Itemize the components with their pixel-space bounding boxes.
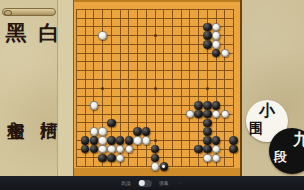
- grid-cell: [182, 123, 191, 132]
- grid-cell: [156, 54, 165, 63]
- grid-cell: [129, 106, 138, 115]
- grid-cell: [94, 71, 103, 80]
- grid-cell: [129, 10, 138, 19]
- stone-black: [203, 110, 211, 118]
- grid-cell: [156, 106, 165, 115]
- grid-cell: [147, 97, 156, 106]
- grid-cell: [164, 97, 173, 106]
- grid-cell: [77, 62, 86, 71]
- grid-cell: [77, 54, 86, 63]
- grid-cell: [173, 36, 182, 45]
- grid-cell: [225, 80, 234, 89]
- grid-cell: [225, 158, 234, 167]
- grid-cell: [121, 54, 130, 63]
- stone-black: [81, 136, 89, 144]
- grid-cell: [217, 71, 226, 80]
- grid-cell: [190, 89, 199, 98]
- grid-cell: [86, 115, 95, 124]
- grid-cell: [199, 10, 208, 19]
- grid-cell: [199, 54, 208, 63]
- grid-cell: [121, 115, 130, 124]
- grid-cell: [173, 10, 182, 19]
- grid-cell: [129, 158, 138, 167]
- grid-cell: [138, 27, 147, 36]
- logo-char-xiao: 小: [246, 103, 288, 119]
- stone-black: [194, 145, 202, 153]
- grid-cell: [94, 19, 103, 28]
- logo-char-duan: 段: [274, 150, 287, 163]
- grid-cell: [112, 89, 121, 98]
- grid-cell: [173, 45, 182, 54]
- grid-cell: [164, 80, 173, 89]
- grid-cell: [164, 27, 173, 36]
- grid-cell: [173, 132, 182, 141]
- grid-cell: [94, 62, 103, 71]
- grid-cell: [173, 150, 182, 159]
- grid-cell: [112, 54, 121, 63]
- logo-char-jiu: 九: [293, 132, 304, 148]
- grid-cell: [103, 19, 112, 28]
- grid-cell: [103, 89, 112, 98]
- grid-cell: [156, 123, 165, 132]
- grid-cell: [173, 97, 182, 106]
- grid-cell: [138, 36, 147, 45]
- stone-black: [203, 40, 211, 48]
- grid-cell: [156, 115, 165, 124]
- grid-cell: [173, 123, 182, 132]
- grid-cell: [156, 132, 165, 141]
- stone-black: [203, 31, 211, 39]
- grid-cell: [225, 62, 234, 71]
- grid-cell: [156, 71, 165, 80]
- grid-cell: [182, 71, 191, 80]
- grid-cell: [86, 80, 95, 89]
- grid-cell: [173, 106, 182, 115]
- grid-cell: [164, 141, 173, 150]
- grid-cell: [182, 141, 191, 150]
- black-player-column: 黑 卞相壹 九段: [3, 22, 29, 173]
- logo-black-circle: 九 段: [269, 128, 304, 174]
- grid-cell: [182, 97, 191, 106]
- grid-cell: [103, 106, 112, 115]
- grid-cell: [190, 19, 199, 28]
- grid-cell: [147, 115, 156, 124]
- grid-cell: [77, 80, 86, 89]
- grid-cell: [77, 97, 86, 106]
- grid-cell: [77, 158, 86, 167]
- grid-cell: [156, 89, 165, 98]
- grid-cell: [86, 45, 95, 54]
- stone-black: [229, 136, 237, 144]
- grid-cell: [103, 80, 112, 89]
- stone-white: [151, 162, 159, 170]
- grid-cell: [112, 106, 121, 115]
- grid-cell: [77, 106, 86, 115]
- grid-cell: [147, 54, 156, 63]
- grid-cell: [173, 54, 182, 63]
- grid-cell: [164, 36, 173, 45]
- star-point: [154, 34, 157, 37]
- stone-black: [203, 136, 211, 144]
- grid-cell: [121, 10, 130, 19]
- grid-cell: [217, 10, 226, 19]
- grid-cell: [121, 97, 130, 106]
- goban[interactable]: [73, 0, 242, 176]
- white-player-column: 白 柯洁 九段: [36, 22, 62, 173]
- grid-cell: [190, 158, 199, 167]
- grid-cell: [94, 89, 103, 98]
- grid-cell: [164, 132, 173, 141]
- stone-white: [212, 40, 220, 48]
- grid-cell: [129, 62, 138, 71]
- logo-char-wei: 围: [249, 121, 263, 135]
- grid-cell: [147, 106, 156, 115]
- grid-cell: [164, 106, 173, 115]
- grid-cell: [121, 80, 130, 89]
- grid-cell: [225, 97, 234, 106]
- grid-cell: [182, 36, 191, 45]
- stone-black: [194, 110, 202, 118]
- grid-cell: [217, 89, 226, 98]
- grid-cell: [121, 89, 130, 98]
- stone-black: [194, 101, 202, 109]
- grid-cell: [112, 27, 121, 36]
- grid-cell: [138, 89, 147, 98]
- grid-cell: [182, 45, 191, 54]
- stone-black: [116, 136, 124, 144]
- more-options[interactable]: ···: [177, 180, 182, 185]
- grid-cell: [182, 27, 191, 36]
- grid-cell: [182, 158, 191, 167]
- grid-cell: [225, 36, 234, 45]
- grid-cell: [164, 54, 173, 63]
- grid-cell: [190, 36, 199, 45]
- grid-cell: [182, 89, 191, 98]
- grid-cell: [164, 115, 173, 124]
- grid-cell: [103, 54, 112, 63]
- stone-white: [133, 136, 141, 144]
- grid-cell: [112, 80, 121, 89]
- danmaku-label[interactable]: 弹幕: [159, 180, 169, 187]
- grid-cell: [156, 97, 165, 106]
- grid-cell: [173, 19, 182, 28]
- toggle-knob: [139, 180, 145, 186]
- grid-cell: [156, 80, 165, 89]
- grid-cell: [138, 54, 147, 63]
- stone-black: [133, 127, 141, 135]
- grid-cell: [156, 62, 165, 71]
- grid-cell: [182, 80, 191, 89]
- grid-cell: [147, 62, 156, 71]
- grid-cell: [208, 62, 217, 71]
- grid-cell: [129, 19, 138, 28]
- grid-cell: [173, 115, 182, 124]
- grid-cell: [156, 27, 165, 36]
- star-point: [154, 87, 157, 90]
- grid-cell: [164, 89, 173, 98]
- grid-cell: [77, 71, 86, 80]
- player-bar-controls: 高清 弹幕 ···: [118, 176, 184, 190]
- grid-cell: [138, 45, 147, 54]
- stone-black: [203, 23, 211, 31]
- grid-cell: [199, 71, 208, 80]
- grid-cell: [121, 19, 130, 28]
- stone-black: [107, 154, 115, 162]
- grid-cell: [182, 10, 191, 19]
- grid-cell: [190, 45, 199, 54]
- stone-white: [90, 101, 98, 109]
- grid-cell: [147, 71, 156, 80]
- grid-cell: [86, 89, 95, 98]
- grid-cell: [138, 19, 147, 28]
- grid-cell: [129, 80, 138, 89]
- stone-white: [203, 154, 211, 162]
- stone-black: [107, 136, 115, 144]
- grid-cell: [182, 150, 191, 159]
- star-point: [101, 87, 104, 90]
- grid-cell: [182, 62, 191, 71]
- grid-cell: [182, 132, 191, 141]
- grid-cell: [121, 36, 130, 45]
- grid-cell: [138, 80, 147, 89]
- grid-cell: [164, 150, 173, 159]
- stone-black: [151, 154, 159, 162]
- stone-black: [107, 119, 115, 127]
- grid-cell: [138, 71, 147, 80]
- player-name-panel: 黑 卞相壹 九段 白 柯洁 九段: [0, 0, 73, 176]
- scroll-rod: [2, 8, 56, 16]
- grid-cell: [173, 141, 182, 150]
- stone-white: [90, 127, 98, 135]
- grid-cell: [138, 106, 147, 115]
- grid-cell: [225, 89, 234, 98]
- stone-white: [142, 136, 150, 144]
- star-point: [154, 139, 157, 142]
- grid-cell: [86, 158, 95, 167]
- grid-cell: [112, 45, 121, 54]
- grid-cell: [147, 10, 156, 19]
- grid-cell: [225, 19, 234, 28]
- grid-cell: [173, 71, 182, 80]
- grid-cell: [86, 10, 95, 19]
- grid-cell: [173, 80, 182, 89]
- grid-cell: [94, 10, 103, 19]
- grid-cell: [103, 97, 112, 106]
- grid-cell: [86, 36, 95, 45]
- grid-cell: [121, 62, 130, 71]
- grid-cell: [86, 19, 95, 28]
- grid-cell: [129, 27, 138, 36]
- grid-cell: [156, 10, 165, 19]
- grid-cell: [147, 89, 156, 98]
- grid-cell: [112, 62, 121, 71]
- grid-cell: [190, 27, 199, 36]
- stone-black: [98, 154, 106, 162]
- grid-cell: [129, 45, 138, 54]
- stone-black: [203, 127, 211, 135]
- grid-cell: [164, 45, 173, 54]
- stone-black: [203, 145, 211, 153]
- grid-cell: [225, 123, 234, 132]
- grid-cell: [112, 36, 121, 45]
- stone-black: [212, 136, 220, 144]
- grid-cell: [121, 106, 130, 115]
- grid-cell: [156, 36, 165, 45]
- white-label: 白: [39, 22, 60, 43]
- stone-white: [212, 31, 220, 39]
- grid-cell: [86, 54, 95, 63]
- black-label: 黑: [6, 22, 27, 43]
- grid-cell: [121, 71, 130, 80]
- grid-cell: [129, 71, 138, 80]
- grid-cell: [208, 89, 217, 98]
- grid-cell: [138, 62, 147, 71]
- star-point: [206, 87, 209, 90]
- grid-cell: [121, 45, 130, 54]
- stone-black: [203, 101, 211, 109]
- scroll-rod-cap: [4, 10, 12, 16]
- grid-cell: [86, 71, 95, 80]
- grid-cell: [225, 10, 234, 19]
- grid-cell: [77, 10, 86, 19]
- grid-cell: [77, 45, 86, 54]
- grid-cell: [225, 71, 234, 80]
- grid-cell: [190, 123, 199, 132]
- grid-cell: [173, 62, 182, 71]
- grid-cell: [103, 10, 112, 19]
- stone-black: [90, 136, 98, 144]
- grid-cell: [217, 80, 226, 89]
- grid-cell: [77, 89, 86, 98]
- grid-cell: [164, 10, 173, 19]
- grid-cell: [208, 71, 217, 80]
- right-panel: 小 围 九 段: [242, 0, 304, 176]
- stone-white: [98, 31, 106, 39]
- grid-cell: [112, 19, 121, 28]
- grid-cell: [103, 62, 112, 71]
- grid-cell: [190, 10, 199, 19]
- grid-cell: [173, 27, 182, 36]
- grid-cell: [147, 19, 156, 28]
- grid-cell: [121, 27, 130, 36]
- stone-white: [98, 145, 106, 153]
- grid-cell: [129, 54, 138, 63]
- grid-cell: [190, 132, 199, 141]
- player-bar: 高清 弹幕 ···: [0, 176, 304, 190]
- stone-white: [98, 127, 106, 135]
- grid-cell: [164, 71, 173, 80]
- grid-cell: [121, 123, 130, 132]
- grid-cell: [77, 27, 86, 36]
- grid-cell: [147, 36, 156, 45]
- grid-cell: [217, 123, 226, 132]
- grid-cell: [129, 36, 138, 45]
- grid-cell: [94, 115, 103, 124]
- stone-black: [229, 145, 237, 153]
- black-player-name: 卞相壹: [7, 107, 25, 110]
- grid-cell: [138, 150, 147, 159]
- stone-black: [160, 162, 168, 170]
- grid-cell: [208, 10, 217, 19]
- stone-black: [212, 101, 220, 109]
- stone-white: [107, 145, 115, 153]
- grid-cell: [77, 36, 86, 45]
- grid-cell: [225, 27, 234, 36]
- grid-cell: [77, 19, 86, 28]
- grid-cell: [94, 45, 103, 54]
- grid-cell: [138, 97, 147, 106]
- grid-cell: [190, 71, 199, 80]
- grid-cell: [103, 71, 112, 80]
- grid-cell: [138, 158, 147, 167]
- last-move-marker: [162, 165, 165, 168]
- grid-cell: [94, 54, 103, 63]
- grid-cell: [156, 45, 165, 54]
- stone-black: [125, 136, 133, 144]
- grid-cell: [190, 62, 199, 71]
- grid-cell: [173, 158, 182, 167]
- grid-cell: [182, 19, 191, 28]
- grid-cell: [103, 45, 112, 54]
- grid-cell: [199, 62, 208, 71]
- grid-cell: [112, 71, 121, 80]
- white-player-name: 柯洁: [40, 107, 58, 109]
- grid-cell: [112, 97, 121, 106]
- grid-cell: [208, 80, 217, 89]
- grid-cell: [190, 54, 199, 63]
- grid-cell: [164, 19, 173, 28]
- grid-cell: [129, 97, 138, 106]
- grid-cell: [77, 123, 86, 132]
- grid-cell: [147, 45, 156, 54]
- grid-cell: [138, 115, 147, 124]
- stone-white: [98, 136, 106, 144]
- grid-cell: [129, 115, 138, 124]
- grid-cell: [190, 80, 199, 89]
- grid-cell: [182, 54, 191, 63]
- grid-cell: [86, 27, 95, 36]
- grid-cell: [129, 89, 138, 98]
- grid-cell: [112, 10, 121, 19]
- grid-cell: [199, 89, 208, 98]
- grid-cell: [86, 62, 95, 71]
- grid-cell: [156, 19, 165, 28]
- grid-cell: [164, 62, 173, 71]
- stone-black: [203, 119, 211, 127]
- danmaku-toggle[interactable]: [138, 180, 152, 187]
- grid-cell: [164, 123, 173, 132]
- grid-cell: [173, 89, 182, 98]
- quality-label[interactable]: 高清: [121, 180, 131, 187]
- grid-cell: [217, 62, 226, 71]
- grid-cell: [138, 10, 147, 19]
- grid-cell: [77, 115, 86, 124]
